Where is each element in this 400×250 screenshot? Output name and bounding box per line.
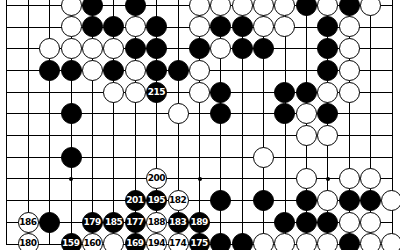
board-intersection: 186 [18,211,39,233]
move-number: 180 [19,239,36,248]
board-intersection [317,0,338,16]
board-intersection [317,190,338,212]
board-intersection: 183 [167,211,188,233]
board-intersection [338,190,359,212]
black-stone [82,0,103,16]
white-stone [381,233,400,250]
board-intersection [338,81,359,103]
white-stone [125,82,146,103]
white-stone [339,38,360,59]
board-intersection [210,0,231,16]
white-stone-200: 200 [146,168,167,189]
board-intersection [360,0,381,16]
board-intersection [167,59,188,81]
board-intersection [317,233,338,250]
black-stone [146,60,167,81]
board-intersection [338,59,359,81]
go-kifu-diagram: 2152002011951821861791851771881831891801… [0,0,400,250]
white-stone [125,60,146,81]
move-number: 174 [169,239,186,248]
white-stone [317,0,338,16]
board-intersection [317,211,338,233]
board-intersection [125,38,146,60]
board-intersection [125,16,146,38]
move-number: 175 [190,239,207,248]
board-intersection [296,211,317,233]
board-intersection [296,233,317,250]
board-intersection: 159 [60,233,81,250]
board-intersection [167,103,188,125]
move-number: 183 [169,218,186,227]
board-intersection [253,16,274,38]
board-intersection [274,103,295,125]
black-stone-189: 189 [189,212,210,233]
black-stone [317,212,338,233]
board-intersection [210,16,231,38]
board-intersection [125,0,146,16]
black-stone [39,60,60,81]
black-stone [360,190,381,211]
white-stone [360,212,381,233]
board-intersection [381,190,400,212]
black-stone [146,16,167,37]
white-stone [210,38,231,59]
board-intersection: 195 [146,190,167,212]
white-stone [317,190,338,211]
board-intersection [103,81,124,103]
move-number: 195 [148,196,165,205]
board-intersection [82,0,103,16]
board-intersection [317,38,338,60]
move-number: 188 [148,218,165,227]
board-intersection [210,38,231,60]
white-stone [253,16,274,37]
board-intersection [360,190,381,212]
board-intersection [253,146,274,168]
move-number: 177 [126,218,143,227]
black-stone-179: 179 [82,212,103,233]
move-number: 186 [19,218,36,227]
white-stone [360,233,381,250]
white-stone [339,82,360,103]
board-intersection [253,38,274,60]
board-intersection [103,16,124,38]
white-stone-180: 180 [18,233,39,250]
white-stone-194: 194 [146,233,167,250]
white-stone-186: 186 [18,212,39,233]
black-stone [339,233,360,250]
white-stone [82,38,103,59]
board-intersection [296,125,317,147]
black-stone [274,212,295,233]
black-stone [232,233,253,250]
board-intersection [317,125,338,147]
black-stone [232,16,253,37]
move-number: 169 [126,239,143,248]
black-stone [125,0,146,16]
black-stone [103,16,124,37]
black-stone-215: 215 [146,82,167,103]
board-intersection [125,59,146,81]
black-stone [317,60,338,81]
board-intersection [232,233,253,250]
white-stone [296,168,317,189]
white-stone [317,233,338,250]
white-stone [61,38,82,59]
move-number: 160 [83,239,100,248]
board-intersection [317,81,338,103]
board-intersection [338,168,359,190]
move-number: 182 [169,196,186,205]
board-intersection [60,146,81,168]
white-stone [189,16,210,37]
board-intersection [189,59,210,81]
board-intersection [189,81,210,103]
white-stone [296,125,317,146]
board-intersection [274,0,295,16]
board-intersection: 194 [146,233,167,250]
black-stone [253,38,274,59]
board-intersection [146,16,167,38]
board-intersection [146,38,167,60]
white-stone [189,82,210,103]
board-intersection [103,38,124,60]
black-stone [253,190,274,211]
board-intersection [296,103,317,125]
board-intersection: 189 [189,211,210,233]
black-stone-177: 177 [125,212,146,233]
board-intersection [210,103,231,125]
black-stone [61,147,82,168]
board-intersection [296,81,317,103]
board-intersection [253,233,274,250]
board-intersection: 182 [167,190,188,212]
board-intersection [125,81,146,103]
board-intersection: 174 [167,233,188,250]
black-stone [274,82,295,103]
white-stone [339,212,360,233]
white-stone [125,16,146,37]
black-stone [339,190,360,211]
move-number: 194 [148,239,165,248]
white-stone [253,233,274,250]
board-intersection [232,0,253,16]
black-stone [82,16,103,37]
board-intersection [60,103,81,125]
board-intersection: 180 [18,233,39,250]
board-intersection [189,38,210,60]
black-stone-201: 201 [125,190,146,211]
board-intersection: 200 [146,168,167,190]
board-intersection [317,16,338,38]
board-intersection [296,190,317,212]
board-intersection [274,81,295,103]
board-intersection [60,59,81,81]
board-intersection [253,0,274,16]
white-stone-182: 182 [168,190,189,211]
black-stone [210,82,231,103]
move-number: 159 [62,239,79,248]
move-number: 215 [148,88,165,97]
white-stone [360,0,381,16]
board-intersection [360,211,381,233]
white-stone [253,0,274,16]
move-number: 189 [190,218,207,227]
black-stone [61,60,82,81]
white-stone [274,233,295,250]
white-stone [296,103,317,124]
black-stone [274,103,295,124]
move-number: 201 [126,196,143,205]
white-stone [339,60,360,81]
black-stone [317,103,338,124]
board-intersection [82,59,103,81]
white-stone [360,168,381,189]
board-intersection [338,233,359,250]
board-intersection [60,16,81,38]
board-intersection [296,168,317,190]
white-stone [339,16,360,37]
black-stone [232,38,253,59]
white-stone [189,0,210,16]
black-stone-185: 185 [103,212,124,233]
black-stone [39,212,60,233]
black-stone [296,190,317,211]
board-intersection [210,81,231,103]
board-intersection [39,59,60,81]
board-intersection: 160 [82,233,103,250]
board-intersection [146,59,167,81]
white-stone [253,147,274,168]
black-stone-175: 175 [189,233,210,250]
black-stone [296,0,317,16]
board-intersection [381,233,400,250]
black-stone [317,16,338,37]
white-stone-174: 174 [168,233,189,250]
black-stone [210,16,231,37]
board-intersection [296,0,317,16]
white-stone [189,60,210,81]
black-stone [296,212,317,233]
black-stone [189,38,210,59]
board-intersection: 179 [82,211,103,233]
black-stone-195: 195 [146,190,167,211]
black-stone [296,82,317,103]
white-stone [339,168,360,189]
board-intersection [317,59,338,81]
move-number: 179 [83,218,100,227]
board-intersection [360,233,381,250]
board-intersection [338,211,359,233]
board-intersection [103,233,124,250]
black-stone [210,190,231,211]
white-stone [381,190,400,211]
board-intersection [82,16,103,38]
go-board: 2152002011951821861791851771881831891801… [0,0,400,250]
board-intersection [338,16,359,38]
black-stone [210,103,231,124]
white-stone-160: 160 [82,233,103,250]
board-intersection [189,16,210,38]
board-intersection: 175 [189,233,210,250]
white-stone [103,233,124,250]
board-intersection [338,0,359,16]
black-stone [125,38,146,59]
board-intersection [274,16,295,38]
black-stone [146,38,167,59]
board-intersection: 177 [125,211,146,233]
board-intersection [103,59,124,81]
board-intersection: 185 [103,211,124,233]
board-intersection [39,38,60,60]
white-stone [317,82,338,103]
white-stone [39,38,60,59]
white-stone [103,82,124,103]
board-intersection [210,233,231,250]
white-stone [274,0,295,16]
white-stone [274,16,295,37]
board-intersection [360,168,381,190]
white-stone [61,0,82,16]
black-stone [339,0,360,16]
white-stone [103,38,124,59]
board-intersection: 188 [146,211,167,233]
black-stone [61,103,82,124]
move-number: 200 [148,174,165,183]
white-stone [168,103,189,124]
board-intersection [60,0,81,16]
white-stone [61,16,82,37]
white-stone [232,0,253,16]
board-intersection: 201 [125,190,146,212]
white-stone-188: 188 [146,212,167,233]
black-stone-183: 183 [168,212,189,233]
board-intersection [317,103,338,125]
board-intersection [60,38,81,60]
white-stone [317,125,338,146]
black-stone [103,60,124,81]
board-intersection [274,233,295,250]
board-intersection [39,211,60,233]
board-intersection: 215 [146,81,167,103]
board-intersection [232,16,253,38]
board-intersection [82,38,103,60]
move-number: 185 [105,218,122,227]
board-intersection [189,0,210,16]
black-stone-159: 159 [61,233,82,250]
board-intersection [338,38,359,60]
black-stone-169: 169 [125,233,146,250]
board-intersection [210,190,231,212]
board-intersection [253,190,274,212]
white-stone [296,233,317,250]
black-stone [168,60,189,81]
board-intersection: 169 [125,233,146,250]
board-intersection [232,38,253,60]
board-intersection [274,211,295,233]
black-stone [317,38,338,59]
white-stone [82,60,103,81]
black-stone [210,233,231,250]
white-stone [210,0,231,16]
